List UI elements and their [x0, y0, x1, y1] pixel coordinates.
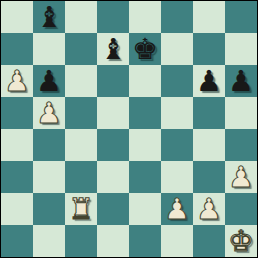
- white-pawn-g2[interactable]: ♟: [196, 193, 222, 225]
- square-d7[interactable]: ♝: [97, 33, 129, 65]
- board-frame: ♝♝♚♟♟♟♟♟♟♜♟♟♚: [0, 0, 258, 258]
- square-e1[interactable]: [129, 225, 161, 257]
- square-a7[interactable]: [1, 33, 33, 65]
- square-a8[interactable]: [1, 1, 33, 33]
- square-e7[interactable]: ♚: [129, 33, 161, 65]
- square-b3[interactable]: [33, 161, 65, 193]
- square-c1[interactable]: [65, 225, 97, 257]
- square-h2[interactable]: [225, 193, 257, 225]
- square-b1[interactable]: [33, 225, 65, 257]
- square-g1[interactable]: [193, 225, 225, 257]
- square-h7[interactable]: [225, 33, 257, 65]
- square-d4[interactable]: [97, 129, 129, 161]
- square-f7[interactable]: [161, 33, 193, 65]
- square-f1[interactable]: [161, 225, 193, 257]
- square-f8[interactable]: [161, 1, 193, 33]
- square-f2[interactable]: ♟: [161, 193, 193, 225]
- black-pawn-h6[interactable]: ♟: [228, 65, 254, 97]
- white-pawn-f2[interactable]: ♟: [164, 193, 190, 225]
- square-h8[interactable]: [225, 1, 257, 33]
- square-a1[interactable]: [1, 225, 33, 257]
- square-c8[interactable]: [65, 1, 97, 33]
- square-g8[interactable]: [193, 1, 225, 33]
- black-pawn-g6[interactable]: ♟: [196, 65, 222, 97]
- square-h5[interactable]: [225, 97, 257, 129]
- square-b2[interactable]: [33, 193, 65, 225]
- square-a4[interactable]: [1, 129, 33, 161]
- square-d8[interactable]: [97, 1, 129, 33]
- white-pawn-b5[interactable]: ♟: [36, 97, 62, 129]
- square-h1[interactable]: ♚: [225, 225, 257, 257]
- square-c2[interactable]: ♜: [65, 193, 97, 225]
- square-f6[interactable]: [161, 65, 193, 97]
- square-e2[interactable]: [129, 193, 161, 225]
- white-pawn-a6[interactable]: ♟: [4, 65, 30, 97]
- black-king-e7[interactable]: ♚: [132, 33, 158, 65]
- square-b8[interactable]: ♝: [33, 1, 65, 33]
- square-a3[interactable]: [1, 161, 33, 193]
- square-h4[interactable]: [225, 129, 257, 161]
- square-e8[interactable]: [129, 1, 161, 33]
- square-h3[interactable]: ♟: [225, 161, 257, 193]
- square-d6[interactable]: [97, 65, 129, 97]
- white-rook-c2[interactable]: ♜: [68, 193, 94, 225]
- square-b5[interactable]: ♟: [33, 97, 65, 129]
- square-c3[interactable]: [65, 161, 97, 193]
- square-c4[interactable]: [65, 129, 97, 161]
- square-d5[interactable]: [97, 97, 129, 129]
- square-b7[interactable]: [33, 33, 65, 65]
- square-g6[interactable]: ♟: [193, 65, 225, 97]
- square-e6[interactable]: [129, 65, 161, 97]
- square-e3[interactable]: [129, 161, 161, 193]
- square-d1[interactable]: [97, 225, 129, 257]
- square-h6[interactable]: ♟: [225, 65, 257, 97]
- square-d3[interactable]: [97, 161, 129, 193]
- square-a5[interactable]: [1, 97, 33, 129]
- square-f3[interactable]: [161, 161, 193, 193]
- white-pawn-h3[interactable]: ♟: [228, 161, 254, 193]
- square-c6[interactable]: [65, 65, 97, 97]
- square-g4[interactable]: [193, 129, 225, 161]
- black-bishop-d7[interactable]: ♝: [100, 33, 126, 65]
- square-b4[interactable]: [33, 129, 65, 161]
- square-c7[interactable]: [65, 33, 97, 65]
- square-f4[interactable]: [161, 129, 193, 161]
- square-f5[interactable]: [161, 97, 193, 129]
- square-g7[interactable]: [193, 33, 225, 65]
- square-a6[interactable]: ♟: [1, 65, 33, 97]
- black-bishop-b8[interactable]: ♝: [36, 1, 62, 33]
- square-g5[interactable]: [193, 97, 225, 129]
- square-a2[interactable]: [1, 193, 33, 225]
- black-pawn-b6[interactable]: ♟: [36, 65, 62, 97]
- square-c5[interactable]: [65, 97, 97, 129]
- square-e5[interactable]: [129, 97, 161, 129]
- square-g3[interactable]: [193, 161, 225, 193]
- square-d2[interactable]: [97, 193, 129, 225]
- square-g2[interactable]: ♟: [193, 193, 225, 225]
- chess-board: ♝♝♚♟♟♟♟♟♟♜♟♟♚: [1, 1, 257, 257]
- square-e4[interactable]: [129, 129, 161, 161]
- square-b6[interactable]: ♟: [33, 65, 65, 97]
- white-king-h1[interactable]: ♚: [228, 225, 254, 257]
